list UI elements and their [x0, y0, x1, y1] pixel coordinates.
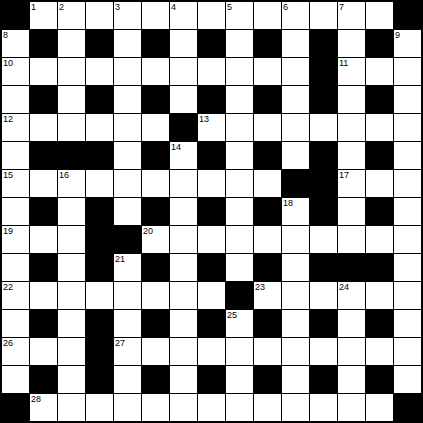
cell-r8c2[interactable]	[58, 226, 85, 253]
block-cell-r5c5	[142, 142, 169, 169]
cell-r4c13[interactable]	[366, 114, 393, 141]
cell-r7c6[interactable]	[170, 198, 197, 225]
block-cell-r7c11	[310, 198, 337, 225]
cell-r13c0[interactable]	[2, 366, 29, 393]
clue-number-23: 23	[255, 282, 265, 292]
cell-r1c14[interactable]: 9	[394, 30, 421, 57]
cell-r7c8[interactable]	[226, 198, 253, 225]
cell-r11c6[interactable]	[170, 310, 197, 337]
cell-r8c12[interactable]	[338, 226, 365, 253]
block-cell-r14c0	[2, 394, 29, 421]
clue-number-18: 18	[283, 198, 293, 208]
block-cell-r7c7	[198, 198, 225, 225]
cell-r8c5[interactable]: 20	[142, 226, 169, 253]
cell-r0c3[interactable]	[86, 2, 113, 29]
cell-r2c7[interactable]	[198, 58, 225, 85]
cell-r5c6[interactable]: 14	[170, 142, 197, 169]
cell-r0c6[interactable]: 4	[170, 2, 197, 29]
cell-r12c12[interactable]	[338, 338, 365, 365]
cell-r11c10[interactable]	[282, 310, 309, 337]
cell-r14c6[interactable]	[170, 394, 197, 421]
clue-number-19: 19	[3, 226, 13, 236]
block-cell-r7c5	[142, 198, 169, 225]
clue-number-24: 24	[339, 282, 349, 292]
clue-number-6: 6	[283, 2, 288, 12]
block-cell-r11c11	[310, 310, 337, 337]
cell-r5c12[interactable]	[338, 142, 365, 169]
cell-r8c14[interactable]	[394, 226, 421, 253]
cell-r3c4[interactable]	[114, 86, 141, 113]
cell-r6c1[interactable]	[30, 170, 57, 197]
cell-r4c3[interactable]	[86, 114, 113, 141]
cell-r8c6[interactable]	[170, 226, 197, 253]
cell-r9c0[interactable]	[2, 254, 29, 281]
cell-r11c0[interactable]	[2, 310, 29, 337]
block-cell-r1c11	[310, 30, 337, 57]
cell-r14c9[interactable]	[254, 394, 281, 421]
cell-r4c7[interactable]: 13	[198, 114, 225, 141]
block-cell-r7c9	[254, 198, 281, 225]
block-cell-r11c9	[254, 310, 281, 337]
block-cell-r9c1	[30, 254, 57, 281]
clue-number-3: 3	[115, 2, 120, 12]
cell-r14c1[interactable]: 28	[30, 394, 57, 421]
cell-r3c10[interactable]	[282, 86, 309, 113]
cell-r2c9[interactable]	[254, 58, 281, 85]
cell-r4c9[interactable]	[254, 114, 281, 141]
cell-r1c0[interactable]: 8	[2, 30, 29, 57]
block-cell-r1c13	[366, 30, 393, 57]
clue-number-22: 22	[3, 282, 13, 292]
cell-r9c10[interactable]	[282, 254, 309, 281]
block-cell-r9c13	[366, 254, 393, 281]
block-cell-r7c13	[366, 198, 393, 225]
cell-r9c4[interactable]: 21	[114, 254, 141, 281]
cell-r11c2[interactable]	[58, 310, 85, 337]
cell-r12c7[interactable]	[198, 338, 225, 365]
cell-r8c11[interactable]	[310, 226, 337, 253]
block-cell-r3c5	[142, 86, 169, 113]
clue-number-28: 28	[31, 394, 41, 404]
cell-r7c12[interactable]	[338, 198, 365, 225]
clue-number-17: 17	[339, 170, 349, 180]
block-cell-r12c3	[86, 338, 113, 365]
cell-r14c10[interactable]	[282, 394, 309, 421]
block-cell-r3c11	[310, 86, 337, 113]
cell-r9c2[interactable]	[58, 254, 85, 281]
cell-r14c5[interactable]	[142, 394, 169, 421]
cell-r4c12[interactable]	[338, 114, 365, 141]
cell-r12c0[interactable]: 26	[2, 338, 29, 365]
block-cell-r13c9	[254, 366, 281, 393]
clue-number-9: 9	[395, 30, 400, 40]
cell-r11c4[interactable]	[114, 310, 141, 337]
cell-r12c2[interactable]	[58, 338, 85, 365]
cell-r2c6[interactable]	[170, 58, 197, 85]
block-cell-r11c5	[142, 310, 169, 337]
cell-r4c5[interactable]	[142, 114, 169, 141]
cell-r0c10[interactable]: 6	[282, 2, 309, 29]
cell-r2c10[interactable]	[282, 58, 309, 85]
cell-r2c0[interactable]: 10	[2, 58, 29, 85]
cell-r13c4[interactable]	[114, 366, 141, 393]
cell-r7c0[interactable]	[2, 198, 29, 225]
block-cell-r3c3	[86, 86, 113, 113]
clue-number-13: 13	[199, 114, 209, 124]
cell-r13c14[interactable]	[394, 366, 421, 393]
cell-r5c10[interactable]	[282, 142, 309, 169]
block-cell-r7c1	[30, 198, 57, 225]
cell-r10c7[interactable]	[198, 282, 225, 309]
cell-r2c2[interactable]	[58, 58, 85, 85]
block-cell-r8c4	[114, 226, 141, 253]
cell-r2c3[interactable]	[86, 58, 113, 85]
cell-r4c14[interactable]	[394, 114, 421, 141]
cell-r8c7[interactable]	[198, 226, 225, 253]
cell-r6c6[interactable]	[170, 170, 197, 197]
cell-r0c4[interactable]: 3	[114, 2, 141, 29]
block-cell-r11c7	[198, 310, 225, 337]
clue-number-21: 21	[115, 254, 125, 264]
block-cell-r5c11	[310, 142, 337, 169]
cell-r12c6[interactable]	[170, 338, 197, 365]
crossword-grid: 1234567891011121314151617181920212223242…	[0, 0, 423, 423]
clue-number-7: 7	[339, 2, 344, 12]
cell-r8c9[interactable]	[254, 226, 281, 253]
block-cell-r14c14	[394, 394, 421, 421]
cell-r6c7[interactable]	[198, 170, 225, 197]
cell-r1c2[interactable]	[58, 30, 85, 57]
cell-r0c8[interactable]: 5	[226, 2, 253, 29]
block-cell-r1c7	[198, 30, 225, 57]
block-cell-r9c11	[310, 254, 337, 281]
cell-r10c13[interactable]	[366, 282, 393, 309]
cell-r14c3[interactable]	[86, 394, 113, 421]
cell-r6c3[interactable]	[86, 170, 113, 197]
cell-r6c0[interactable]: 15	[2, 170, 29, 197]
cell-r13c10[interactable]	[282, 366, 309, 393]
cell-r11c12[interactable]	[338, 310, 365, 337]
cell-r4c4[interactable]	[114, 114, 141, 141]
block-cell-r1c3	[86, 30, 113, 57]
block-cell-r9c7	[198, 254, 225, 281]
cell-r10c2[interactable]	[58, 282, 85, 309]
cell-r3c0[interactable]	[2, 86, 29, 113]
cell-r6c9[interactable]	[254, 170, 281, 197]
clue-number-15: 15	[3, 170, 13, 180]
cell-r14c12[interactable]	[338, 394, 365, 421]
cell-r0c9[interactable]	[254, 2, 281, 29]
cell-r4c8[interactable]	[226, 114, 253, 141]
clue-number-16: 16	[59, 170, 69, 180]
cell-r3c8[interactable]	[226, 86, 253, 113]
clue-number-5: 5	[227, 2, 232, 12]
cell-r0c12[interactable]: 7	[338, 2, 365, 29]
block-cell-r3c1	[30, 86, 57, 113]
block-cell-r5c7	[198, 142, 225, 169]
cell-r10c0[interactable]: 22	[2, 282, 29, 309]
cell-r0c2[interactable]: 2	[58, 2, 85, 29]
cell-r2c4[interactable]	[114, 58, 141, 85]
cell-r8c1[interactable]	[30, 226, 57, 253]
cell-r12c10[interactable]	[282, 338, 309, 365]
block-cell-r5c1	[30, 142, 57, 169]
cell-r4c1[interactable]	[30, 114, 57, 141]
clue-number-2: 2	[59, 2, 64, 12]
block-cell-r11c1	[30, 310, 57, 337]
block-cell-r9c12	[338, 254, 365, 281]
block-cell-r9c5	[142, 254, 169, 281]
block-cell-r7c3	[86, 198, 113, 225]
block-cell-r6c10	[282, 170, 309, 197]
cell-r3c2[interactable]	[58, 86, 85, 113]
block-cell-r5c13	[366, 142, 393, 169]
cell-r7c2[interactable]	[58, 198, 85, 225]
cell-r0c1[interactable]: 1	[30, 2, 57, 29]
cell-r13c6[interactable]	[170, 366, 197, 393]
cell-r12c11[interactable]	[310, 338, 337, 365]
cell-r1c12[interactable]	[338, 30, 365, 57]
cell-r6c8[interactable]	[226, 170, 253, 197]
cell-r3c12[interactable]	[338, 86, 365, 113]
cell-r11c8[interactable]: 25	[226, 310, 253, 337]
cell-r10c10[interactable]	[282, 282, 309, 309]
cell-r8c10[interactable]	[282, 226, 309, 253]
cell-r9c8[interactable]	[226, 254, 253, 281]
cell-r6c5[interactable]	[142, 170, 169, 197]
cell-r12c9[interactable]	[254, 338, 281, 365]
clue-number-20: 20	[143, 226, 153, 236]
block-cell-r5c3	[86, 142, 113, 169]
cell-r8c8[interactable]	[226, 226, 253, 253]
cell-r1c8[interactable]	[226, 30, 253, 57]
cell-r11c14[interactable]	[394, 310, 421, 337]
cell-r5c0[interactable]	[2, 142, 29, 169]
block-cell-r13c13	[366, 366, 393, 393]
cell-r12c5[interactable]	[142, 338, 169, 365]
block-cell-r0c14	[394, 2, 421, 29]
block-cell-r13c11	[310, 366, 337, 393]
cell-r6c13[interactable]	[366, 170, 393, 197]
block-cell-r9c3	[86, 254, 113, 281]
cell-r2c8[interactable]	[226, 58, 253, 85]
block-cell-r1c9	[254, 30, 281, 57]
clue-number-25: 25	[227, 310, 237, 320]
cell-r13c2[interactable]	[58, 366, 85, 393]
clue-number-1: 1	[31, 2, 36, 12]
block-cell-r11c13	[366, 310, 393, 337]
cell-r4c0[interactable]: 12	[2, 114, 29, 141]
clue-number-26: 26	[3, 338, 13, 348]
clue-number-4: 4	[171, 2, 176, 12]
clue-number-27: 27	[115, 338, 125, 348]
block-cell-r2c11	[310, 58, 337, 85]
cell-r9c6[interactable]	[170, 254, 197, 281]
cell-r12c14[interactable]	[394, 338, 421, 365]
cell-r2c14[interactable]	[394, 58, 421, 85]
clue-number-14: 14	[171, 142, 181, 152]
cell-r6c2[interactable]: 16	[58, 170, 85, 197]
cell-r8c13[interactable]	[366, 226, 393, 253]
block-cell-r9c9	[254, 254, 281, 281]
cell-r10c6[interactable]	[170, 282, 197, 309]
cell-r10c9[interactable]: 23	[254, 282, 281, 309]
cell-r5c14[interactable]	[394, 142, 421, 169]
cell-r6c12[interactable]: 17	[338, 170, 365, 197]
cell-r14c4[interactable]	[114, 394, 141, 421]
cell-r10c14[interactable]	[394, 282, 421, 309]
block-cell-r13c7	[198, 366, 225, 393]
clue-number-11: 11	[339, 58, 348, 68]
cell-r4c11[interactable]	[310, 114, 337, 141]
cell-r14c8[interactable]	[226, 394, 253, 421]
cell-r7c10[interactable]: 18	[282, 198, 309, 225]
cell-r2c13[interactable]	[366, 58, 393, 85]
cell-r12c1[interactable]	[30, 338, 57, 365]
cell-r7c14[interactable]	[394, 198, 421, 225]
cell-r14c7[interactable]	[198, 394, 225, 421]
block-cell-r0c0	[2, 2, 29, 29]
cell-r14c11[interactable]	[310, 394, 337, 421]
cell-r14c13[interactable]	[366, 394, 393, 421]
cell-r13c12[interactable]	[338, 366, 365, 393]
block-cell-r6c11	[310, 170, 337, 197]
cell-r2c12[interactable]: 11	[338, 58, 365, 85]
clue-number-10: 10	[3, 58, 13, 68]
block-cell-r3c9	[254, 86, 281, 113]
clue-number-8: 8	[3, 30, 8, 40]
cell-r4c10[interactable]	[282, 114, 309, 141]
cell-r0c7[interactable]	[198, 2, 225, 29]
cell-r8c0[interactable]: 19	[2, 226, 29, 253]
block-cell-r1c1	[30, 30, 57, 57]
cell-r4c2[interactable]	[58, 114, 85, 141]
cell-r5c4[interactable]	[114, 142, 141, 169]
block-cell-r13c5	[142, 366, 169, 393]
cell-r10c3[interactable]	[86, 282, 113, 309]
cell-r3c14[interactable]	[394, 86, 421, 113]
cell-r1c10[interactable]	[282, 30, 309, 57]
block-cell-r5c2	[58, 142, 85, 169]
block-cell-r13c1	[30, 366, 57, 393]
cell-r13c8[interactable]	[226, 366, 253, 393]
block-cell-r1c5	[142, 30, 169, 57]
block-cell-r4c6	[170, 114, 197, 141]
block-cell-r11c3	[86, 310, 113, 337]
cell-r7c4[interactable]	[114, 198, 141, 225]
cell-r12c8[interactable]	[226, 338, 253, 365]
cell-r10c12[interactable]: 24	[338, 282, 365, 309]
clue-number-12: 12	[3, 114, 13, 124]
cell-r2c1[interactable]	[30, 58, 57, 85]
block-cell-r8c3	[86, 226, 113, 253]
cell-r0c11[interactable]	[310, 2, 337, 29]
cell-r3c6[interactable]	[170, 86, 197, 113]
block-cell-r5c9	[254, 142, 281, 169]
cell-r2c5[interactable]	[142, 58, 169, 85]
cell-r10c5[interactable]	[142, 282, 169, 309]
cell-r5c8[interactable]	[226, 142, 253, 169]
cell-r6c4[interactable]	[114, 170, 141, 197]
cell-r12c4[interactable]: 27	[114, 338, 141, 365]
cell-r9c14[interactable]	[394, 254, 421, 281]
block-cell-r3c13	[366, 86, 393, 113]
cell-r12c13[interactable]	[366, 338, 393, 365]
block-cell-r10c8	[226, 282, 253, 309]
cell-r10c11[interactable]	[310, 282, 337, 309]
cell-r6c14[interactable]	[394, 170, 421, 197]
cell-r10c4[interactable]	[114, 282, 141, 309]
cell-r10c1[interactable]	[30, 282, 57, 309]
block-cell-r13c3	[86, 366, 113, 393]
cell-r14c2[interactable]	[58, 394, 85, 421]
cell-r0c13[interactable]	[366, 2, 393, 29]
block-cell-r3c7	[198, 86, 225, 113]
cell-r1c6[interactable]	[170, 30, 197, 57]
cell-r1c4[interactable]	[114, 30, 141, 57]
cell-r0c5[interactable]	[142, 2, 169, 29]
